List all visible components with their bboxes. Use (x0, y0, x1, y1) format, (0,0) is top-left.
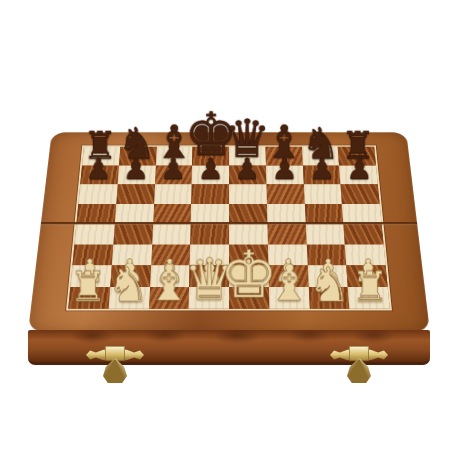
square-g7: ♟ (302, 165, 340, 184)
piece-black-bishop: ♝ (154, 120, 194, 165)
square-g1: ♞ (308, 287, 349, 309)
square-f4 (267, 224, 306, 244)
product-photo-scene: ♜♞♝♚♛♝♞♜♟♟♟♟♟♟♟♟♟♟♟♟♟♟♟♟♜♞♝♛♚♝♞♜ (0, 0, 458, 458)
square-c3 (151, 244, 191, 265)
right-latch (330, 346, 388, 392)
square-h7: ♟ (339, 165, 378, 184)
square-c6 (154, 184, 192, 203)
square-e1: ♚ (229, 287, 269, 309)
square-f7: ♟ (266, 165, 304, 184)
square-g2: ♟ (307, 265, 348, 287)
square-b1: ♞ (108, 287, 149, 309)
square-b5 (115, 204, 154, 224)
square-g6 (303, 184, 342, 203)
square-c8: ♝ (156, 147, 193, 166)
chess-board: ♜♞♝♚♛♝♞♜♟♟♟♟♟♟♟♟♟♟♟♟♟♟♟♟♜♞♝♛♚♝♞♜ (28, 132, 430, 332)
square-f5 (267, 204, 306, 224)
square-a5 (76, 204, 116, 224)
square-a3 (72, 244, 113, 265)
square-a1: ♜ (68, 287, 110, 309)
square-f3 (268, 244, 308, 265)
square-f1: ♝ (269, 287, 310, 309)
square-e4 (229, 224, 268, 244)
board-playfield: ♜♞♝♚♛♝♞♜♟♟♟♟♟♟♟♟♟♟♟♟♟♟♟♟♜♞♝♛♚♝♞♜ (66, 145, 392, 310)
piece-black-bishop: ♝ (264, 120, 304, 165)
square-h8: ♜ (338, 147, 376, 166)
square-h3 (345, 244, 386, 265)
square-b6 (116, 184, 155, 203)
piece-black-rook: ♜ (84, 127, 118, 165)
square-d7: ♟ (192, 165, 229, 184)
square-b2: ♟ (110, 265, 151, 287)
square-e7: ♟ (229, 165, 266, 184)
square-h1: ♜ (348, 287, 390, 309)
square-d8: ♚ (192, 147, 229, 166)
square-g4 (305, 224, 345, 244)
square-b8: ♞ (119, 147, 157, 166)
square-e8: ♛ (229, 147, 266, 166)
latch-shell-pendant (347, 358, 371, 383)
square-b4 (113, 224, 153, 244)
latch-shell-pendant (103, 358, 127, 383)
square-a8: ♜ (82, 147, 120, 166)
square-f8: ♝ (265, 147, 302, 166)
board-grid: ♜♞♝♚♛♝♞♜♟♟♟♟♟♟♟♟♟♟♟♟♟♟♟♟♜♞♝♛♚♝♞♜ (68, 147, 390, 309)
square-f2: ♟ (268, 265, 308, 287)
square-e3 (229, 244, 268, 265)
square-c2: ♟ (150, 265, 190, 287)
square-a6 (78, 184, 117, 203)
square-a4 (74, 224, 114, 244)
piece-black-knight: ♞ (118, 121, 157, 164)
square-g3 (306, 244, 346, 265)
square-d5 (191, 204, 229, 224)
square-d1: ♛ (189, 287, 229, 309)
square-d4 (190, 224, 229, 244)
square-d2: ♟ (189, 265, 229, 287)
square-h5 (342, 204, 382, 224)
square-d6 (191, 184, 229, 203)
square-h2: ♟ (346, 265, 387, 287)
square-c7: ♟ (155, 165, 193, 184)
square-c1: ♝ (149, 287, 190, 309)
square-h6 (341, 184, 380, 203)
square-e5 (229, 204, 267, 224)
square-d3 (190, 244, 229, 265)
piece-black-knight: ♞ (301, 121, 340, 164)
square-g8: ♞ (302, 147, 340, 166)
square-b3 (112, 244, 152, 265)
square-c5 (153, 204, 192, 224)
piece-black-rook: ♜ (341, 127, 375, 165)
left-latch (86, 346, 144, 392)
square-a2: ♟ (70, 265, 111, 287)
square-f6 (266, 184, 304, 203)
square-g5 (304, 204, 343, 224)
square-a7: ♟ (80, 165, 119, 184)
piece-black-queen: ♛ (224, 112, 271, 164)
square-b7: ♟ (117, 165, 155, 184)
square-h4 (343, 224, 383, 244)
square-e2: ♟ (229, 265, 269, 287)
square-c4 (152, 224, 191, 244)
square-e6 (229, 184, 267, 203)
hinge-seam (41, 222, 417, 224)
